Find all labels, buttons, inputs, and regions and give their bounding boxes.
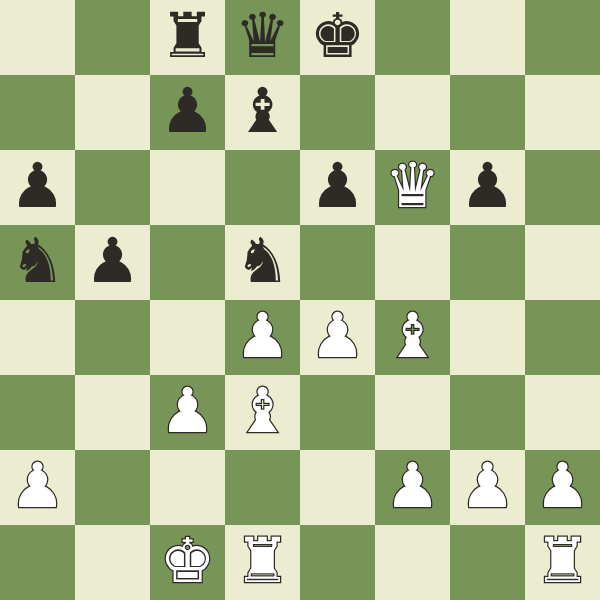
piece-white-pawn[interactable]: ♟ [10, 455, 66, 517]
square-e2[interactable] [300, 450, 375, 525]
piece-white-pawn[interactable]: ♟ [460, 455, 516, 517]
square-a6[interactable]: ♟ [0, 150, 75, 225]
square-g1[interactable] [450, 525, 525, 600]
square-g3[interactable] [450, 375, 525, 450]
square-c2[interactable] [150, 450, 225, 525]
square-a8[interactable] [0, 0, 75, 75]
square-d6[interactable] [225, 150, 300, 225]
square-c4[interactable] [150, 300, 225, 375]
square-e7[interactable] [300, 75, 375, 150]
square-c3[interactable]: ♟ [150, 375, 225, 450]
square-e8[interactable]: ♚ [300, 0, 375, 75]
square-d3[interactable]: ♝ [225, 375, 300, 450]
square-f3[interactable] [375, 375, 450, 450]
piece-black-bishop[interactable]: ♝ [235, 80, 291, 142]
square-h8[interactable] [525, 0, 600, 75]
piece-white-pawn[interactable]: ♟ [310, 305, 366, 367]
square-g4[interactable] [450, 300, 525, 375]
piece-white-pawn[interactable]: ♟ [535, 455, 591, 517]
square-c1[interactable]: ♚ [150, 525, 225, 600]
square-f2[interactable]: ♟ [375, 450, 450, 525]
square-h4[interactable] [525, 300, 600, 375]
square-a3[interactable] [0, 375, 75, 450]
square-b4[interactable] [75, 300, 150, 375]
square-f4[interactable]: ♝ [375, 300, 450, 375]
square-g8[interactable] [450, 0, 525, 75]
piece-black-pawn[interactable]: ♟ [460, 155, 516, 217]
piece-black-knight[interactable]: ♞ [235, 230, 291, 292]
square-d7[interactable]: ♝ [225, 75, 300, 150]
piece-black-pawn[interactable]: ♟ [10, 155, 66, 217]
square-c7[interactable]: ♟ [150, 75, 225, 150]
piece-white-bishop[interactable]: ♝ [385, 305, 441, 367]
square-d8[interactable]: ♛ [225, 0, 300, 75]
square-d2[interactable] [225, 450, 300, 525]
square-c8[interactable]: ♜ [150, 0, 225, 75]
piece-black-queen[interactable]: ♛ [235, 5, 291, 67]
square-h1[interactable]: ♜ [525, 525, 600, 600]
square-f8[interactable] [375, 0, 450, 75]
square-d5[interactable]: ♞ [225, 225, 300, 300]
square-g2[interactable]: ♟ [450, 450, 525, 525]
piece-black-pawn[interactable]: ♟ [85, 230, 141, 292]
square-h2[interactable]: ♟ [525, 450, 600, 525]
piece-black-pawn[interactable]: ♟ [160, 80, 216, 142]
square-g5[interactable] [450, 225, 525, 300]
square-g7[interactable] [450, 75, 525, 150]
square-b1[interactable] [75, 525, 150, 600]
square-f7[interactable] [375, 75, 450, 150]
piece-white-rook[interactable]: ♜ [535, 530, 591, 592]
square-d1[interactable]: ♜ [225, 525, 300, 600]
piece-white-queen[interactable]: ♛ [385, 155, 441, 217]
square-e6[interactable]: ♟ [300, 150, 375, 225]
square-c5[interactable] [150, 225, 225, 300]
piece-black-pawn[interactable]: ♟ [310, 155, 366, 217]
piece-white-pawn[interactable]: ♟ [160, 380, 216, 442]
square-a1[interactable] [0, 525, 75, 600]
square-e5[interactable] [300, 225, 375, 300]
piece-white-bishop[interactable]: ♝ [235, 380, 291, 442]
piece-black-knight[interactable]: ♞ [10, 230, 66, 292]
piece-white-pawn[interactable]: ♟ [235, 305, 291, 367]
piece-white-king[interactable]: ♚ [160, 530, 216, 592]
square-b7[interactable] [75, 75, 150, 150]
square-b6[interactable] [75, 150, 150, 225]
square-h3[interactable] [525, 375, 600, 450]
piece-white-pawn[interactable]: ♟ [385, 455, 441, 517]
square-g6[interactable]: ♟ [450, 150, 525, 225]
square-a5[interactable]: ♞ [0, 225, 75, 300]
square-f1[interactable] [375, 525, 450, 600]
square-h5[interactable] [525, 225, 600, 300]
chess-board: ♜♛♚♟♝♟♟♛♟♞♟♞♟♟♝♟♝♟♟♟♟♚♜♜ [0, 0, 600, 600]
piece-black-king[interactable]: ♚ [310, 5, 366, 67]
square-c6[interactable] [150, 150, 225, 225]
square-e4[interactable]: ♟ [300, 300, 375, 375]
square-a4[interactable] [0, 300, 75, 375]
square-b8[interactable] [75, 0, 150, 75]
square-a7[interactable] [0, 75, 75, 150]
square-h7[interactable] [525, 75, 600, 150]
piece-white-rook[interactable]: ♜ [235, 530, 291, 592]
piece-black-rook[interactable]: ♜ [160, 5, 216, 67]
square-f5[interactable] [375, 225, 450, 300]
square-b3[interactable] [75, 375, 150, 450]
square-h6[interactable] [525, 150, 600, 225]
square-b2[interactable] [75, 450, 150, 525]
square-e3[interactable] [300, 375, 375, 450]
square-e1[interactable] [300, 525, 375, 600]
square-d4[interactable]: ♟ [225, 300, 300, 375]
square-b5[interactable]: ♟ [75, 225, 150, 300]
square-a2[interactable]: ♟ [0, 450, 75, 525]
square-f6[interactable]: ♛ [375, 150, 450, 225]
